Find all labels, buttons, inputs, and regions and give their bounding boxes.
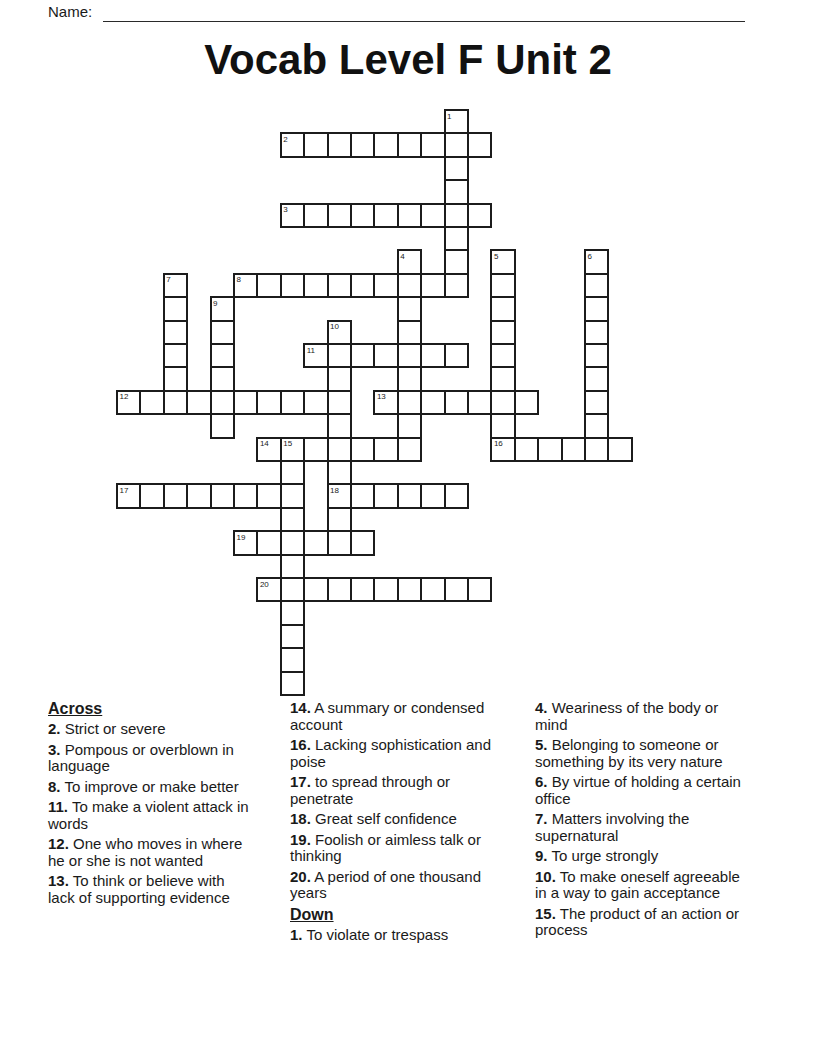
grid-cell[interactable]: [490, 320, 515, 345]
grid-cell[interactable]: 9: [210, 296, 235, 321]
grid-cell[interactable]: [397, 320, 422, 345]
grid-cell[interactable]: [490, 390, 515, 415]
grid-cell[interactable]: [327, 507, 352, 532]
grid-cell[interactable]: 17: [116, 483, 141, 508]
clue-18: 18. Great self confidence: [290, 811, 510, 828]
cell-number: 12: [120, 392, 129, 401]
grid-cell[interactable]: [420, 343, 445, 368]
clues-header-across: Across: [48, 700, 253, 717]
grid-cell[interactable]: 11: [303, 343, 328, 368]
clue-number: 5.: [535, 736, 548, 753]
clues-header-down: Down: [290, 906, 510, 923]
grid-cell[interactable]: [303, 273, 328, 298]
grid-cell[interactable]: [444, 249, 469, 274]
grid-cell[interactable]: [420, 577, 445, 602]
grid-cell[interactable]: [514, 390, 539, 415]
grid-cell[interactable]: [350, 577, 375, 602]
grid-cell[interactable]: 10: [327, 320, 352, 345]
name-label: Name:: [48, 3, 92, 20]
cell-number: 2: [283, 135, 287, 144]
grid-cell[interactable]: 1: [444, 109, 469, 134]
grid-cell[interactable]: [210, 366, 235, 391]
worksheet-page: Name: Vocab Level F Unit 2 1234516678910…: [0, 0, 816, 1056]
cell-number: 11: [307, 346, 315, 355]
grid-cell[interactable]: [256, 273, 281, 298]
grid-cell[interactable]: [584, 390, 609, 415]
grid-cell[interactable]: [303, 390, 328, 415]
clue-2: 2. Strict or severe: [48, 721, 253, 738]
grid-cell[interactable]: [186, 390, 211, 415]
grid-cell[interactable]: [280, 671, 305, 696]
clue-20: 20. A period of one thousand years: [290, 869, 510, 902]
clue-number: 3.: [48, 741, 61, 758]
cell-number: 14: [260, 439, 269, 448]
clue-column-middle: 14. A summary or condensed account16. La…: [290, 700, 510, 947]
grid-cell[interactable]: [327, 460, 352, 485]
clue-number: 16.: [290, 736, 311, 753]
grid-cell[interactable]: [350, 437, 375, 462]
grid-cell[interactable]: [444, 179, 469, 204]
grid-cell[interactable]: [584, 343, 609, 368]
grid-cell[interactable]: [280, 460, 305, 485]
grid-cell[interactable]: [186, 483, 211, 508]
grid-cell[interactable]: [163, 320, 188, 345]
grid-cell[interactable]: [397, 273, 422, 298]
clue-3: 3. Pompous or overblown in language: [48, 742, 253, 775]
grid-cell[interactable]: [280, 577, 305, 602]
grid-cell[interactable]: 3: [280, 203, 305, 228]
grid-cell[interactable]: [350, 530, 375, 555]
grid-cell[interactable]: [584, 273, 609, 298]
clue-number: 8.: [48, 778, 61, 795]
cell-number: 1: [447, 112, 451, 121]
grid-cell[interactable]: [280, 507, 305, 532]
grid-cell[interactable]: [163, 366, 188, 391]
grid-cell[interactable]: [607, 437, 632, 462]
grid-cell[interactable]: [444, 390, 469, 415]
grid-cell[interactable]: [537, 437, 562, 462]
clue-4: 4. Weariness of the body or mind: [535, 700, 742, 733]
grid-cell[interactable]: [584, 413, 609, 438]
grid-cell[interactable]: [490, 296, 515, 321]
clue-6: 6. By virtue of holding a certain office: [535, 774, 742, 807]
grid-cell[interactable]: [444, 273, 469, 298]
grid-cell[interactable]: [397, 437, 422, 462]
grid-cell[interactable]: [163, 483, 188, 508]
grid-cell[interactable]: [420, 203, 445, 228]
clue-number: 13.: [48, 872, 69, 889]
clue-number: 7.: [535, 810, 548, 827]
clue-number: 20.: [290, 868, 311, 885]
cell-number: 15: [283, 439, 292, 448]
cell-number: 8: [237, 275, 241, 284]
cell-number: 16: [494, 439, 503, 448]
grid-cell[interactable]: [444, 203, 469, 228]
cell-number: 5: [494, 252, 498, 261]
grid-cell[interactable]: [210, 483, 235, 508]
clue-13: 13. To think or believe with lack of sup…: [48, 873, 253, 906]
grid-cell[interactable]: [373, 343, 398, 368]
clue-19: 19. Foolish or aimless talk or thinking: [290, 832, 510, 865]
grid-cell[interactable]: [233, 483, 258, 508]
grid-cell[interactable]: [420, 273, 445, 298]
name-blank-line[interactable]: [103, 2, 745, 22]
grid-cell[interactable]: [490, 343, 515, 368]
grid-cell[interactable]: [280, 624, 305, 649]
clue-17: 17. to spread through or penetrate: [290, 774, 510, 807]
cell-number: 10: [330, 322, 339, 331]
grid-cell[interactable]: [420, 390, 445, 415]
grid-cell[interactable]: 14: [256, 437, 281, 462]
grid-cell[interactable]: [280, 530, 305, 555]
grid-cell[interactable]: [350, 203, 375, 228]
cell-number: 3: [283, 205, 287, 214]
grid-cell[interactable]: [210, 320, 235, 345]
grid-cell[interactable]: 18: [327, 483, 352, 508]
grid-cell[interactable]: [373, 483, 398, 508]
cell-number: 7: [166, 275, 170, 284]
grid-cell[interactable]: [467, 203, 492, 228]
grid-cell[interactable]: [397, 413, 422, 438]
grid-cell[interactable]: [327, 437, 352, 462]
grid-cell[interactable]: [210, 413, 235, 438]
grid-cell[interactable]: [163, 296, 188, 321]
grid-cell[interactable]: [373, 203, 398, 228]
grid-cell[interactable]: 5: [490, 249, 515, 274]
clue-12: 12. One who moves in where he or she is …: [48, 836, 253, 869]
grid-cell[interactable]: [444, 132, 469, 157]
grid-cell[interactable]: [256, 483, 281, 508]
grid-cell[interactable]: 13: [373, 390, 398, 415]
clue-15: 15. The product of an action or process: [535, 906, 742, 939]
grid-cell[interactable]: [397, 483, 422, 508]
grid-cell[interactable]: [444, 226, 469, 251]
cell-number: 19: [237, 533, 246, 542]
grid-cell[interactable]: 20: [256, 577, 281, 602]
grid-cell[interactable]: [514, 437, 539, 462]
grid-cell[interactable]: [444, 483, 469, 508]
grid-cell[interactable]: [303, 132, 328, 157]
clue-16: 16. Lacking sophistication and poise: [290, 737, 510, 770]
grid-cell[interactable]: [397, 296, 422, 321]
grid-cell[interactable]: [444, 577, 469, 602]
grid-cell[interactable]: [444, 156, 469, 181]
clue-number: 12.: [48, 835, 69, 852]
grid-cell[interactable]: 2: [280, 132, 305, 157]
grid-cell[interactable]: 16: [490, 437, 515, 462]
grid-cell[interactable]: [420, 483, 445, 508]
grid-cell[interactable]: [397, 577, 422, 602]
grid-cell[interactable]: [397, 203, 422, 228]
grid-cell[interactable]: [584, 366, 609, 391]
grid-cell[interactable]: [280, 483, 305, 508]
grid-cell[interactable]: [561, 437, 586, 462]
grid-cell[interactable]: [350, 132, 375, 157]
grid-cell[interactable]: [256, 530, 281, 555]
grid-cell[interactable]: [327, 203, 352, 228]
grid-cell[interactable]: 8: [233, 273, 258, 298]
grid-cell[interactable]: [584, 296, 609, 321]
cell-number: 17: [120, 486, 129, 495]
grid-cell[interactable]: [373, 273, 398, 298]
grid-cell[interactable]: [280, 554, 305, 579]
grid-cell[interactable]: [490, 413, 515, 438]
grid-cell[interactable]: [584, 320, 609, 345]
clue-number: 9.: [535, 847, 548, 864]
cell-number: 6: [588, 252, 592, 261]
grid-cell[interactable]: [327, 413, 352, 438]
clue-5: 5. Belonging to someone or something by …: [535, 737, 742, 770]
clue-column-left: Across2. Strict or severe3. Pompous or o…: [48, 700, 253, 910]
grid-cell[interactable]: [327, 132, 352, 157]
grid-cell[interactable]: 15: [280, 437, 305, 462]
grid-cell[interactable]: [280, 647, 305, 672]
grid-cell[interactable]: [327, 577, 352, 602]
grid-cell[interactable]: [163, 343, 188, 368]
grid-cell[interactable]: [467, 132, 492, 157]
cell-number: 4: [400, 252, 404, 261]
grid-cell[interactable]: [350, 273, 375, 298]
grid-cell[interactable]: [303, 577, 328, 602]
clue-number: 10.: [535, 868, 556, 885]
clue-10: 10. To make oneself agreeable in a way t…: [535, 869, 742, 902]
cell-number: 18: [330, 486, 339, 495]
grid-cell[interactable]: [163, 390, 188, 415]
grid-cell[interactable]: 12: [116, 390, 141, 415]
grid-cell[interactable]: [139, 390, 164, 415]
grid-cell[interactable]: 6: [584, 249, 609, 274]
page-title: Vocab Level F Unit 2: [0, 36, 816, 84]
clue-11: 11. To make a violent attack in words: [48, 799, 253, 832]
grid-cell[interactable]: [280, 390, 305, 415]
grid-cell[interactable]: 7: [163, 273, 188, 298]
grid-cell[interactable]: [256, 390, 281, 415]
clue-number: 1.: [290, 926, 303, 943]
clue-column-right: 4. Weariness of the body or mind5. Belon…: [535, 700, 742, 943]
grid-cell[interactable]: [397, 132, 422, 157]
grid-cell[interactable]: [303, 530, 328, 555]
grid-cell[interactable]: [420, 132, 445, 157]
clue-number: 19.: [290, 831, 311, 848]
grid-cell[interactable]: [584, 437, 609, 462]
grid-cell[interactable]: [327, 273, 352, 298]
grid-cell[interactable]: [233, 390, 258, 415]
grid-cell[interactable]: 4: [397, 249, 422, 274]
clue-number: 11.: [48, 798, 68, 815]
grid-cell[interactable]: [327, 343, 352, 368]
cell-number: 20: [260, 580, 269, 589]
grid-cell[interactable]: [210, 343, 235, 368]
grid-cell[interactable]: [210, 390, 235, 415]
grid-cell[interactable]: [139, 483, 164, 508]
grid-cell[interactable]: [467, 577, 492, 602]
grid-cell[interactable]: [280, 600, 305, 625]
grid-cell[interactable]: [397, 343, 422, 368]
grid-cell[interactable]: [327, 530, 352, 555]
clue-number: 6.: [535, 773, 548, 790]
clue-1: 1. To violate or trespass: [290, 927, 510, 944]
grid-cell[interactable]: [373, 132, 398, 157]
clue-number: 15.: [535, 905, 556, 922]
clue-8: 8. To improve or make better: [48, 779, 253, 796]
grid-cell[interactable]: [397, 390, 422, 415]
cell-number: 13: [377, 392, 386, 401]
clue-number: 2.: [48, 720, 61, 737]
grid-cell[interactable]: [373, 437, 398, 462]
cell-number: 9: [213, 299, 217, 308]
clue-number: 17.: [290, 773, 311, 790]
grid-cell[interactable]: [467, 390, 492, 415]
clue-number: 18.: [290, 810, 311, 827]
clue-number: 4.: [535, 699, 548, 716]
clue-14: 14. A summary or condensed account: [290, 700, 510, 733]
grid-cell[interactable]: [350, 483, 375, 508]
grid-cell[interactable]: [350, 343, 375, 368]
grid-cell[interactable]: [303, 437, 328, 462]
grid-cell[interactable]: [327, 366, 352, 391]
grid-cell[interactable]: [327, 390, 352, 415]
clue-9: 9. To urge strongly: [535, 848, 742, 865]
grid-cell[interactable]: [280, 273, 305, 298]
clue-7: 7. Matters involving the supernatural: [535, 811, 742, 844]
clue-number: 14.: [290, 699, 311, 716]
grid-cell[interactable]: [490, 273, 515, 298]
grid-cell[interactable]: [397, 366, 422, 391]
grid-cell[interactable]: [373, 577, 398, 602]
grid-cell[interactable]: [490, 366, 515, 391]
crossword-grid: 1234516678910181112131415171920: [116, 109, 635, 698]
grid-cell[interactable]: 19: [233, 530, 258, 555]
grid-cell[interactable]: [444, 343, 469, 368]
grid-cell[interactable]: [303, 203, 328, 228]
